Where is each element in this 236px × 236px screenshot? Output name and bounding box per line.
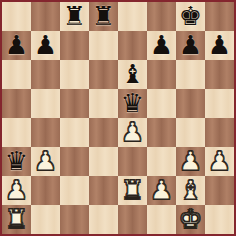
square-h5[interactable]: [205, 89, 234, 118]
square-e3[interactable]: [118, 147, 147, 176]
square-a7[interactable]: ♟: [2, 31, 31, 60]
square-e6[interactable]: ♝: [118, 60, 147, 89]
square-f8[interactable]: [147, 2, 176, 31]
white-pawn[interactable]: ♟: [34, 147, 57, 176]
square-h3[interactable]: ♟: [205, 147, 234, 176]
square-b3[interactable]: ♟: [31, 147, 60, 176]
square-d3[interactable]: [89, 147, 118, 176]
square-g5[interactable]: [176, 89, 205, 118]
black-pawn[interactable]: ♟: [150, 31, 173, 60]
square-a5[interactable]: [2, 89, 31, 118]
white-pawn[interactable]: ♟: [179, 147, 202, 176]
square-d4[interactable]: [89, 118, 118, 147]
square-h1[interactable]: [205, 205, 234, 234]
square-c5[interactable]: [60, 89, 89, 118]
black-pawn[interactable]: ♟: [34, 31, 57, 60]
square-b6[interactable]: [31, 60, 60, 89]
square-g8[interactable]: ♚: [176, 2, 205, 31]
black-queen[interactable]: ♛: [5, 147, 28, 176]
square-d5[interactable]: [89, 89, 118, 118]
white-pawn[interactable]: ♟: [150, 176, 173, 205]
white-king[interactable]: ♚: [179, 205, 202, 234]
square-b1[interactable]: [31, 205, 60, 234]
square-g2[interactable]: ♝: [176, 176, 205, 205]
square-a8[interactable]: [2, 2, 31, 31]
square-f2[interactable]: ♟: [147, 176, 176, 205]
square-a6[interactable]: [2, 60, 31, 89]
square-d1[interactable]: [89, 205, 118, 234]
white-rook[interactable]: ♜: [5, 205, 28, 234]
black-bishop[interactable]: ♝: [121, 60, 144, 89]
square-h2[interactable]: [205, 176, 234, 205]
square-f4[interactable]: [147, 118, 176, 147]
square-b2[interactable]: [31, 176, 60, 205]
square-f6[interactable]: [147, 60, 176, 89]
chess-board: ♜♜♚♟♟♟♟♟♝♛♟♛♟♟♟♟♜♟♝♜♚: [0, 0, 236, 236]
square-f3[interactable]: [147, 147, 176, 176]
black-rook[interactable]: ♜: [63, 2, 86, 31]
square-a1[interactable]: ♜: [2, 205, 31, 234]
square-b5[interactable]: [31, 89, 60, 118]
black-pawn[interactable]: ♟: [179, 31, 202, 60]
square-c8[interactable]: ♜: [60, 2, 89, 31]
square-b7[interactable]: ♟: [31, 31, 60, 60]
square-b8[interactable]: [31, 2, 60, 31]
square-a3[interactable]: ♛: [2, 147, 31, 176]
black-pawn[interactable]: ♟: [208, 31, 231, 60]
white-bishop[interactable]: ♝: [179, 176, 202, 205]
black-queen[interactable]: ♛: [121, 89, 144, 118]
square-d6[interactable]: [89, 60, 118, 89]
square-d7[interactable]: [89, 31, 118, 60]
square-h7[interactable]: ♟: [205, 31, 234, 60]
black-rook[interactable]: ♜: [92, 2, 115, 31]
square-d8[interactable]: ♜: [89, 2, 118, 31]
square-e7[interactable]: [118, 31, 147, 60]
square-g1[interactable]: ♚: [176, 205, 205, 234]
square-c4[interactable]: [60, 118, 89, 147]
board-grid: ♜♜♚♟♟♟♟♟♝♛♟♛♟♟♟♟♜♟♝♜♚: [2, 2, 234, 234]
square-e5[interactable]: ♛: [118, 89, 147, 118]
square-c2[interactable]: [60, 176, 89, 205]
square-c6[interactable]: [60, 60, 89, 89]
square-g6[interactable]: [176, 60, 205, 89]
black-pawn[interactable]: ♟: [5, 31, 28, 60]
square-a2[interactable]: ♟: [2, 176, 31, 205]
square-c7[interactable]: [60, 31, 89, 60]
square-f7[interactable]: ♟: [147, 31, 176, 60]
square-d2[interactable]: [89, 176, 118, 205]
black-king[interactable]: ♚: [179, 2, 202, 31]
square-c3[interactable]: [60, 147, 89, 176]
square-h8[interactable]: [205, 2, 234, 31]
square-a4[interactable]: [2, 118, 31, 147]
square-c1[interactable]: [60, 205, 89, 234]
square-e1[interactable]: [118, 205, 147, 234]
square-e8[interactable]: [118, 2, 147, 31]
white-pawn[interactable]: ♟: [208, 147, 231, 176]
square-f1[interactable]: [147, 205, 176, 234]
square-g4[interactable]: [176, 118, 205, 147]
square-h6[interactable]: [205, 60, 234, 89]
white-rook[interactable]: ♜: [121, 176, 144, 205]
square-e4[interactable]: ♟: [118, 118, 147, 147]
square-h4[interactable]: [205, 118, 234, 147]
white-pawn[interactable]: ♟: [121, 118, 144, 147]
square-g7[interactable]: ♟: [176, 31, 205, 60]
square-b4[interactable]: [31, 118, 60, 147]
square-g3[interactable]: ♟: [176, 147, 205, 176]
white-pawn[interactable]: ♟: [5, 176, 28, 205]
square-e2[interactable]: ♜: [118, 176, 147, 205]
square-f5[interactable]: [147, 89, 176, 118]
